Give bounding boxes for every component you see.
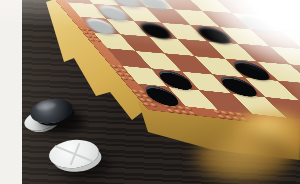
stud [239,117,249,121]
stud [188,111,197,115]
stud [149,103,157,107]
lego-checkers-photo [0,0,300,184]
